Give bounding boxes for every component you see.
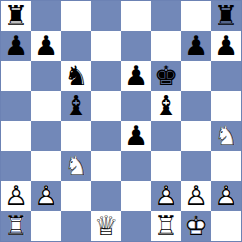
square-b7[interactable]: ♟: [31, 31, 61, 61]
square-e1[interactable]: [121, 211, 151, 241]
piece-outline-layer: ♙: [31, 181, 61, 211]
piece-black-bishop[interactable]: ♝: [61, 91, 91, 121]
square-g2[interactable]: ♟♙: [181, 181, 211, 211]
piece-black-pawn[interactable]: ♟: [121, 121, 151, 151]
square-f7[interactable]: [151, 31, 181, 61]
piece-black-pawn[interactable]: ♟: [31, 31, 61, 61]
square-a4[interactable]: [1, 121, 31, 151]
square-b4[interactable]: [31, 121, 61, 151]
square-c4[interactable]: [61, 121, 91, 151]
piece-white-rook[interactable]: ♜♖: [151, 211, 181, 241]
square-h5[interactable]: [211, 91, 241, 121]
square-g3[interactable]: [181, 151, 211, 181]
square-c3[interactable]: ♞♘: [61, 151, 91, 181]
square-e2[interactable]: [121, 181, 151, 211]
piece-black-pawn[interactable]: ♟: [121, 61, 151, 91]
square-c1[interactable]: [61, 211, 91, 241]
square-c5[interactable]: ♝: [61, 91, 91, 121]
square-c8[interactable]: [61, 1, 91, 31]
square-d7[interactable]: [91, 31, 121, 61]
square-e7[interactable]: [121, 31, 151, 61]
square-g4[interactable]: [181, 121, 211, 151]
piece-black-knight[interactable]: ♞: [61, 61, 91, 91]
piece-white-rook[interactable]: ♜♖: [1, 211, 31, 241]
piece-white-pawn[interactable]: ♟♙: [151, 181, 181, 211]
square-d8[interactable]: [91, 1, 121, 31]
square-h6[interactable]: [211, 61, 241, 91]
square-a2[interactable]: ♟♙: [1, 181, 31, 211]
piece-white-pawn[interactable]: ♟♙: [1, 181, 31, 211]
piece-white-queen[interactable]: ♛♕: [91, 211, 121, 241]
square-d5[interactable]: [91, 91, 121, 121]
square-f6[interactable]: ♚: [151, 61, 181, 91]
square-e8[interactable]: [121, 1, 151, 31]
piece-outline-layer: ♙: [151, 181, 181, 211]
piece-white-pawn[interactable]: ♟♙: [181, 181, 211, 211]
square-f3[interactable]: [151, 151, 181, 181]
piece-black-pawn[interactable]: ♟: [211, 31, 241, 61]
piece-outline-layer: ♔: [181, 211, 211, 241]
piece-black-rook[interactable]: ♜: [1, 1, 31, 31]
square-g7[interactable]: ♟: [181, 31, 211, 61]
chess-board: ♜♜♟♟♟♟♞♟♚♝♝♟♞♘♞♘♟♙♟♙♟♙♟♙♟♙♜♖♛♕♜♖♚♔: [0, 0, 242, 242]
square-b6[interactable]: [31, 61, 61, 91]
square-e5[interactable]: [121, 91, 151, 121]
square-d2[interactable]: [91, 181, 121, 211]
piece-white-knight[interactable]: ♞♘: [211, 121, 241, 151]
piece-outline-layer: ♘: [211, 121, 241, 151]
square-a5[interactable]: [1, 91, 31, 121]
square-f5[interactable]: ♝: [151, 91, 181, 121]
square-g5[interactable]: [181, 91, 211, 121]
square-b1[interactable]: [31, 211, 61, 241]
piece-white-pawn[interactable]: ♟♙: [211, 181, 241, 211]
piece-outline-layer: ♖: [1, 211, 31, 241]
square-b8[interactable]: [31, 1, 61, 31]
square-d3[interactable]: [91, 151, 121, 181]
square-d4[interactable]: [91, 121, 121, 151]
square-g1[interactable]: ♚♔: [181, 211, 211, 241]
piece-outline-layer: ♖: [151, 211, 181, 241]
square-d6[interactable]: [91, 61, 121, 91]
square-c7[interactable]: [61, 31, 91, 61]
piece-white-king[interactable]: ♚♔: [181, 211, 211, 241]
square-h7[interactable]: ♟: [211, 31, 241, 61]
square-a7[interactable]: ♟: [1, 31, 31, 61]
square-a8[interactable]: ♜: [1, 1, 31, 31]
square-e3[interactable]: [121, 151, 151, 181]
piece-white-knight[interactable]: ♞♘: [61, 151, 91, 181]
piece-black-bishop[interactable]: ♝: [151, 91, 181, 121]
piece-black-king[interactable]: ♚: [151, 61, 181, 91]
square-h4[interactable]: ♞♘: [211, 121, 241, 151]
square-h1[interactable]: [211, 211, 241, 241]
square-e6[interactable]: ♟: [121, 61, 151, 91]
square-a3[interactable]: [1, 151, 31, 181]
square-b3[interactable]: [31, 151, 61, 181]
square-b2[interactable]: ♟♙: [31, 181, 61, 211]
square-f2[interactable]: ♟♙: [151, 181, 181, 211]
square-f8[interactable]: [151, 1, 181, 31]
piece-outline-layer: ♘: [61, 151, 91, 181]
square-c2[interactable]: [61, 181, 91, 211]
square-b5[interactable]: [31, 91, 61, 121]
square-a1[interactable]: ♜♖: [1, 211, 31, 241]
square-h3[interactable]: [211, 151, 241, 181]
piece-outline-layer: ♙: [181, 181, 211, 211]
piece-outline-layer: ♙: [1, 181, 31, 211]
square-d1[interactable]: ♛♕: [91, 211, 121, 241]
piece-black-pawn[interactable]: ♟: [1, 31, 31, 61]
piece-black-pawn[interactable]: ♟: [181, 31, 211, 61]
square-e4[interactable]: ♟: [121, 121, 151, 151]
square-a6[interactable]: [1, 61, 31, 91]
piece-outline-layer: ♙: [211, 181, 241, 211]
piece-black-rook[interactable]: ♜: [211, 1, 241, 31]
square-g8[interactable]: [181, 1, 211, 31]
piece-outline-layer: ♕: [91, 211, 121, 241]
square-f1[interactable]: ♜♖: [151, 211, 181, 241]
square-h8[interactable]: ♜: [211, 1, 241, 31]
piece-white-pawn[interactable]: ♟♙: [31, 181, 61, 211]
square-c6[interactable]: ♞: [61, 61, 91, 91]
square-f4[interactable]: [151, 121, 181, 151]
square-g6[interactable]: [181, 61, 211, 91]
square-h2[interactable]: ♟♙: [211, 181, 241, 211]
